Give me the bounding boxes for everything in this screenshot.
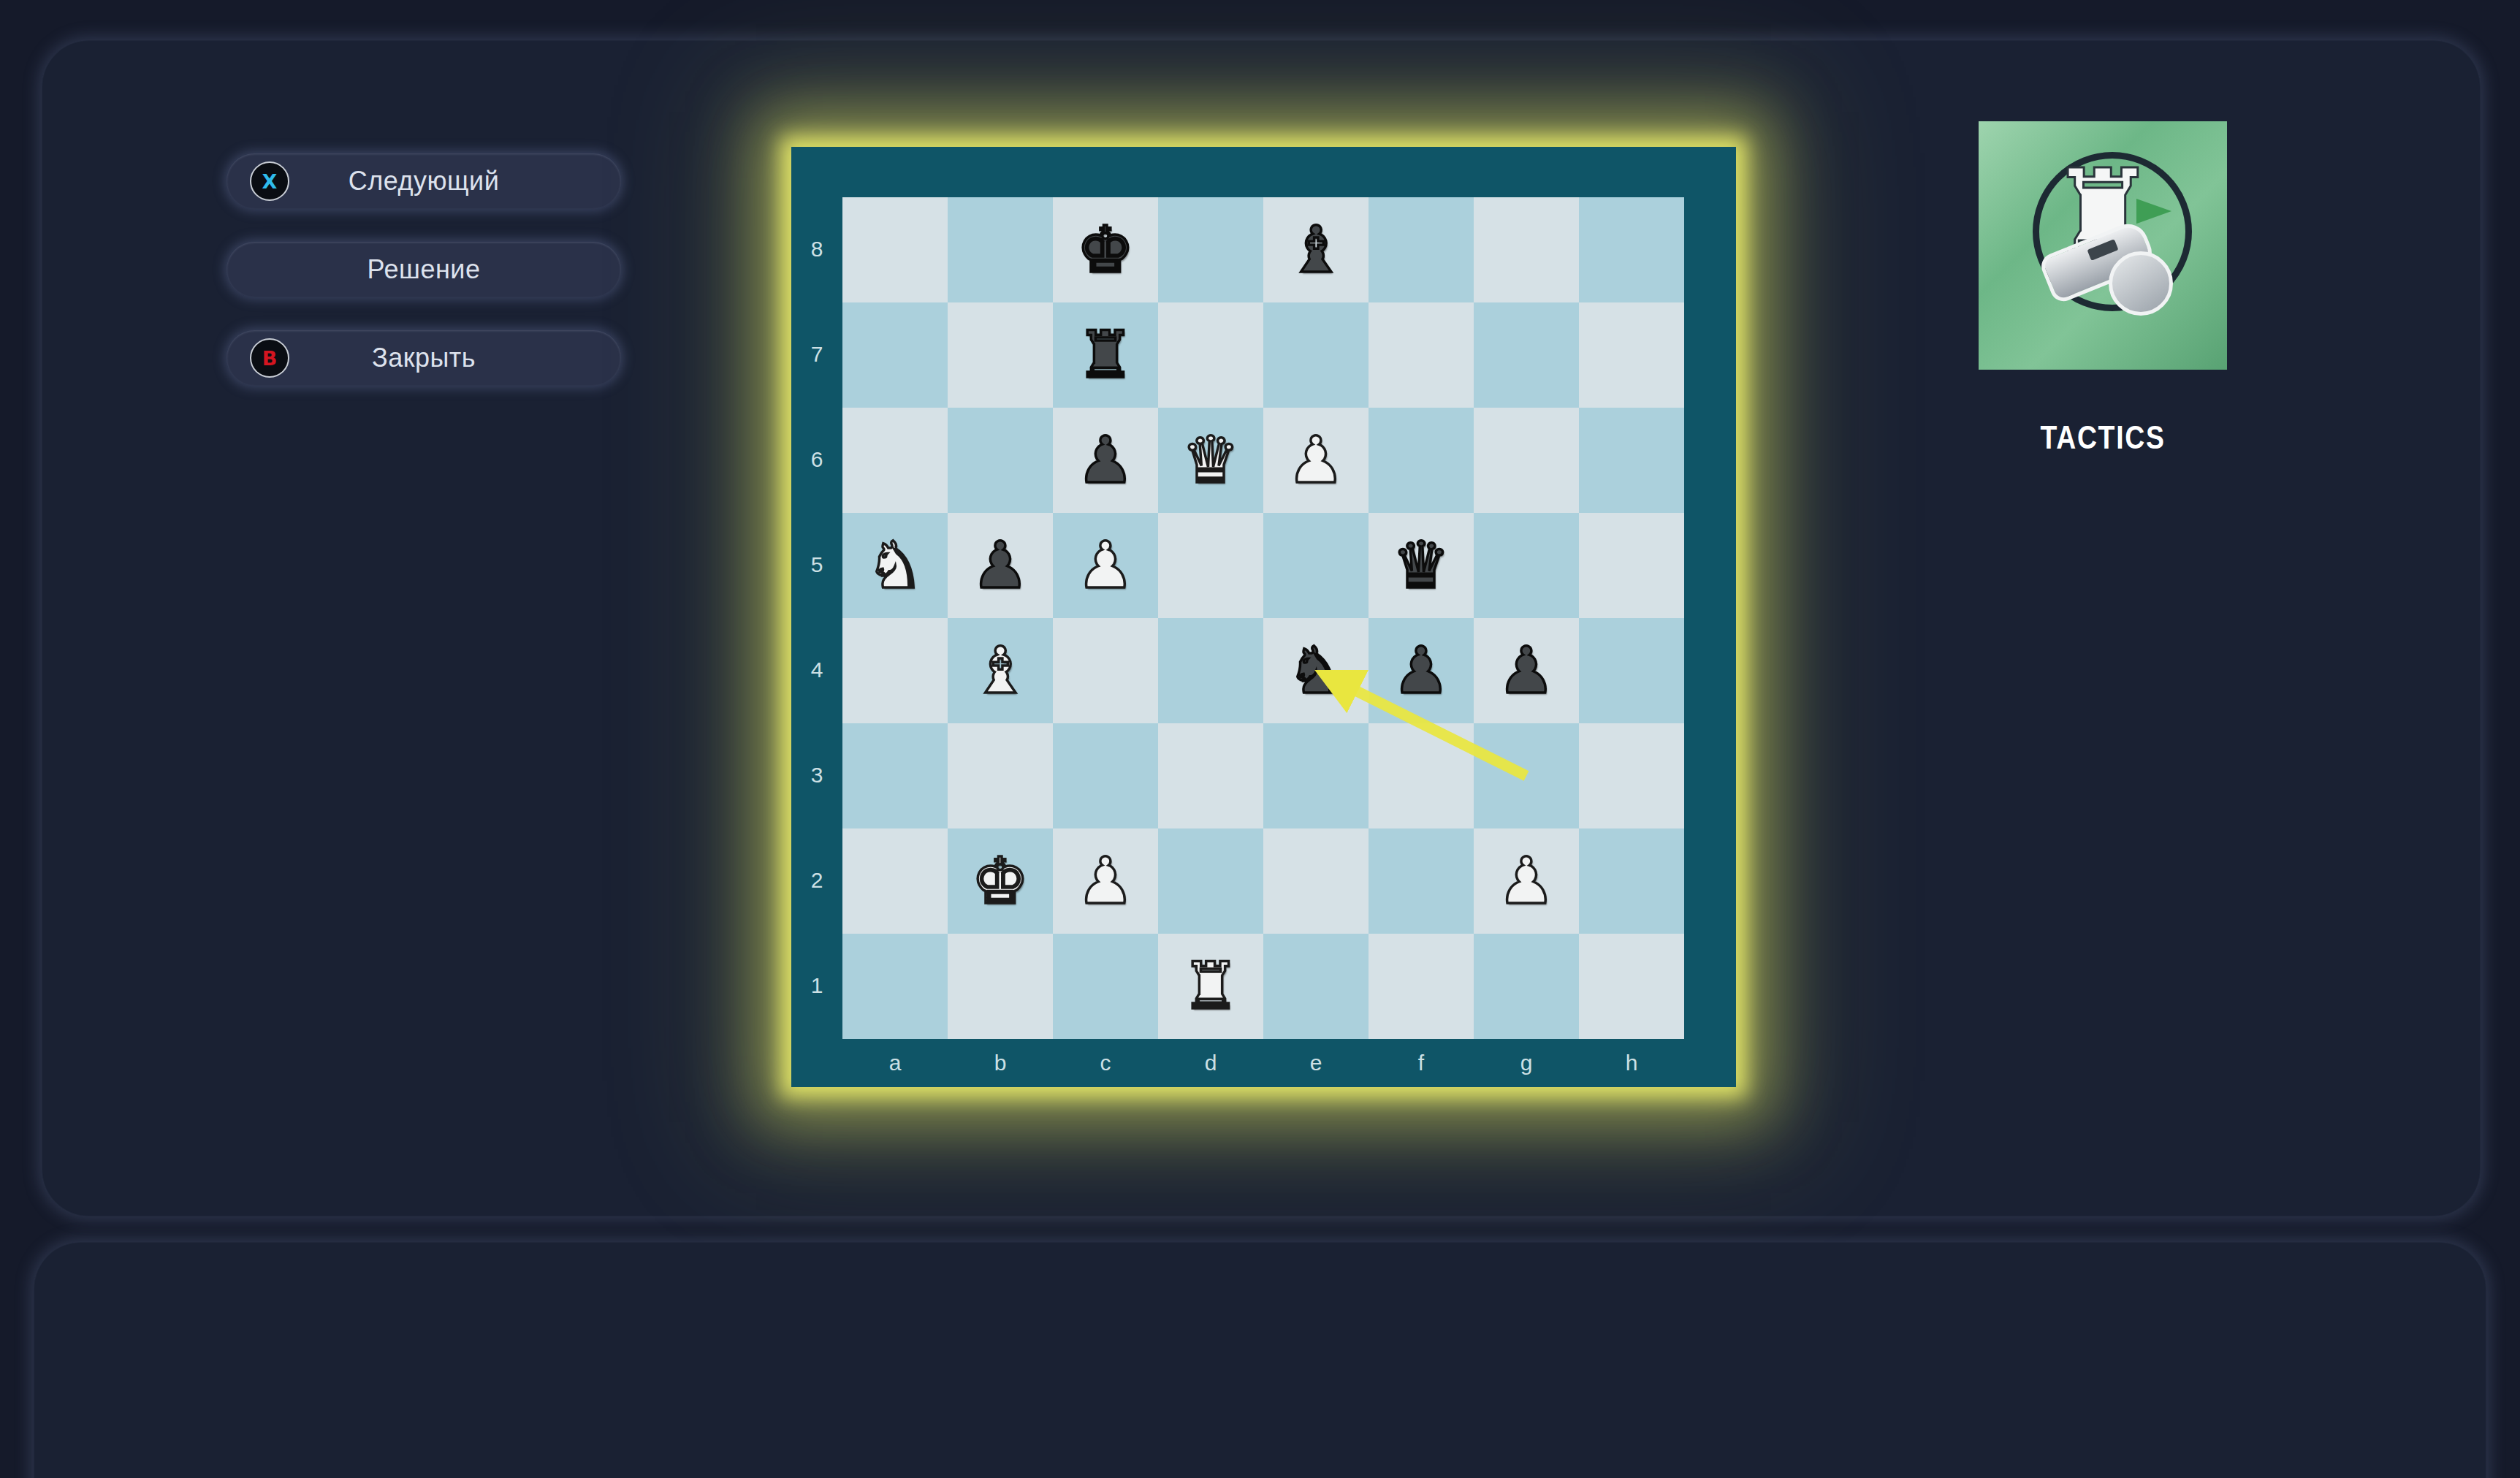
square-b6[interactable] xyxy=(948,408,1053,513)
square-h4[interactable] xyxy=(1579,618,1684,723)
file-label-f: f xyxy=(1369,1039,1474,1087)
square-d5[interactable] xyxy=(1158,513,1263,618)
piece-white-pawn-e6[interactable]: ♟ xyxy=(1263,408,1369,513)
square-a2[interactable] xyxy=(842,828,948,934)
square-b1[interactable] xyxy=(948,934,1053,1039)
piece-black-king-c8[interactable]: ♚ xyxy=(1053,197,1158,302)
piece-white-bishop-b4[interactable]: ♝ xyxy=(948,618,1053,723)
square-d3[interactable] xyxy=(1158,723,1263,828)
square-e1[interactable] xyxy=(1263,934,1369,1039)
logo-title: TACTICS xyxy=(1998,419,2209,456)
file-label-e: e xyxy=(1263,1039,1369,1087)
square-h1[interactable] xyxy=(1579,934,1684,1039)
piece-black-bishop-e8[interactable]: ♝ xyxy=(1263,197,1369,302)
piece-white-king-b2[interactable]: ♚ xyxy=(948,828,1053,934)
lower-panel xyxy=(34,1242,2486,1478)
file-label-d: d xyxy=(1158,1039,1263,1087)
whistle-ball-icon xyxy=(2109,251,2173,316)
square-g8[interactable] xyxy=(1474,197,1579,302)
square-g6[interactable] xyxy=(1474,408,1579,513)
file-label-c: c xyxy=(1053,1039,1158,1087)
rank-label-1: 1 xyxy=(791,973,842,998)
square-e7[interactable] xyxy=(1263,302,1369,408)
square-h8[interactable] xyxy=(1579,197,1684,302)
rank-label-4: 4 xyxy=(791,658,842,682)
solution-button[interactable]: Решение xyxy=(227,242,621,297)
piece-black-rook-c7[interactable]: ♜ xyxy=(1053,302,1158,408)
square-c3[interactable] xyxy=(1053,723,1158,828)
square-a6[interactable] xyxy=(842,408,948,513)
square-a8[interactable] xyxy=(842,197,948,302)
square-d8[interactable] xyxy=(1158,197,1263,302)
square-h3[interactable] xyxy=(1579,723,1684,828)
rank-label-8: 8 xyxy=(791,237,842,262)
square-a7[interactable] xyxy=(842,302,948,408)
piece-white-pawn-g2[interactable]: ♟ xyxy=(1474,828,1579,934)
square-b3[interactable] xyxy=(948,723,1053,828)
board-squares: ♚♝♜♟♛♟♞♟♟♛♝♞♟♟♚♟♟♜ xyxy=(842,197,1684,1039)
square-d7[interactable] xyxy=(1158,302,1263,408)
square-e2[interactable] xyxy=(1263,828,1369,934)
piece-black-pawn-c6[interactable]: ♟ xyxy=(1053,408,1158,513)
tactics-logo: ♜ TACTICS xyxy=(1979,121,2227,370)
file-label-b: b xyxy=(948,1039,1053,1087)
square-e5[interactable] xyxy=(1263,513,1369,618)
rank-label-6: 6 xyxy=(791,447,842,472)
square-a4[interactable] xyxy=(842,618,948,723)
square-h7[interactable] xyxy=(1579,302,1684,408)
rank-label-5: 5 xyxy=(791,552,842,577)
square-g5[interactable] xyxy=(1474,513,1579,618)
square-g1[interactable] xyxy=(1474,934,1579,1039)
piece-white-knight-a5[interactable]: ♞ xyxy=(842,513,948,618)
square-f1[interactable] xyxy=(1369,934,1474,1039)
piece-white-queen-d6[interactable]: ♛ xyxy=(1158,408,1263,513)
square-h6[interactable] xyxy=(1579,408,1684,513)
button-stack: X Следующий Решение B Закрыть xyxy=(227,153,621,386)
piece-black-queen-f5[interactable]: ♛ xyxy=(1369,513,1474,618)
square-f3[interactable] xyxy=(1369,723,1474,828)
square-g7[interactable] xyxy=(1474,302,1579,408)
square-f6[interactable] xyxy=(1369,408,1474,513)
square-f7[interactable] xyxy=(1369,302,1474,408)
close-button[interactable]: B Закрыть xyxy=(227,330,621,386)
piece-white-pawn-c5[interactable]: ♟ xyxy=(1053,513,1158,618)
square-h5[interactable] xyxy=(1579,513,1684,618)
square-h2[interactable] xyxy=(1579,828,1684,934)
square-b8[interactable] xyxy=(948,197,1053,302)
piece-black-pawn-b5[interactable]: ♟ xyxy=(948,513,1053,618)
square-c1[interactable] xyxy=(1053,934,1158,1039)
close-button-label: Закрыть xyxy=(227,343,621,373)
chess-board: ♚♝♜♟♛♟♞♟♟♛♝♞♟♟♚♟♟♜ 87654321abcdefgh xyxy=(791,147,1736,1087)
rank-label-7: 7 xyxy=(791,342,842,367)
piece-black-knight-e4[interactable]: ♞ xyxy=(1263,618,1369,723)
piece-black-pawn-f4[interactable]: ♟ xyxy=(1369,618,1474,723)
rank-label-2: 2 xyxy=(791,868,842,893)
file-label-h: h xyxy=(1579,1039,1684,1087)
next-button[interactable]: X Следующий xyxy=(227,153,621,209)
square-b7[interactable] xyxy=(948,302,1053,408)
piece-black-pawn-g4[interactable]: ♟ xyxy=(1474,618,1579,723)
square-f8[interactable] xyxy=(1369,197,1474,302)
rank-label-3: 3 xyxy=(791,763,842,788)
piece-white-pawn-c2[interactable]: ♟ xyxy=(1053,828,1158,934)
main-panel: X Следующий Решение B Закрыть ♚♝♜♟♛♟♞♟♟♛… xyxy=(42,40,2481,1216)
square-f2[interactable] xyxy=(1369,828,1474,934)
square-a3[interactable] xyxy=(842,723,948,828)
square-a1[interactable] xyxy=(842,934,948,1039)
square-c4[interactable] xyxy=(1053,618,1158,723)
next-button-label: Следующий xyxy=(227,166,621,197)
square-g3[interactable] xyxy=(1474,723,1579,828)
file-label-a: a xyxy=(842,1039,948,1087)
solution-button-label: Решение xyxy=(227,254,621,285)
square-d4[interactable] xyxy=(1158,618,1263,723)
file-label-g: g xyxy=(1474,1039,1579,1087)
square-d2[interactable] xyxy=(1158,828,1263,934)
piece-white-rook-d1[interactable]: ♜ xyxy=(1158,934,1263,1039)
square-e3[interactable] xyxy=(1263,723,1369,828)
